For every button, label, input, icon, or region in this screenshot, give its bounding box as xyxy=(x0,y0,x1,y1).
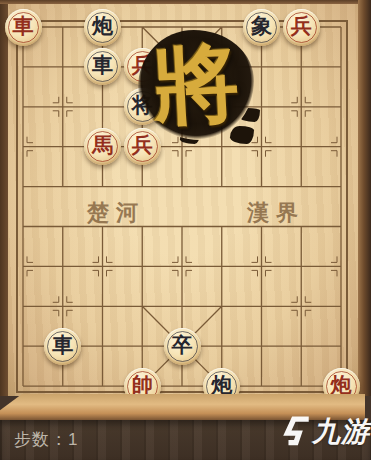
piece-glyph: 兵 xyxy=(291,16,312,37)
piece-red-chariot[interactable]: 車 xyxy=(5,9,42,46)
piece-black-elephant[interactable]: 象 xyxy=(243,9,280,46)
piece-glyph: 兵 xyxy=(132,135,153,156)
piece-black-cannon-1[interactable]: 炮 xyxy=(84,9,121,46)
ninegame-logo-icon xyxy=(282,416,312,448)
watermark: 九游 xyxy=(282,413,370,451)
piece-glyph: 炮 xyxy=(92,16,113,37)
piece-red-soldier-1[interactable]: 兵 xyxy=(283,9,320,46)
piece-glyph: 車 xyxy=(13,16,34,37)
piece-glyph: 車 xyxy=(92,55,113,76)
piece-glyph: 炮 xyxy=(331,375,352,396)
piece-black-soldier[interactable]: 卒 xyxy=(164,328,201,365)
step-counter-value: 1 xyxy=(68,430,78,449)
piece-black-chariot-1[interactable]: 車 xyxy=(84,48,121,85)
check-splash: 將 xyxy=(138,30,254,140)
piece-glyph: 象 xyxy=(251,16,272,37)
game-screen: 楚河 漢界 車炮象兵車兵将馬兵車卒帥炮炮 將 步数：1 九游 xyxy=(0,0,371,460)
step-counter-label: 步数： xyxy=(14,430,68,449)
piece-red-horse[interactable]: 馬 xyxy=(84,128,121,165)
watermark-text: 九游 xyxy=(312,413,370,451)
piece-glyph: 車 xyxy=(52,335,73,356)
piece-black-chariot-2[interactable]: 車 xyxy=(44,328,81,365)
xiangqi-board: 楚河 漢界 車炮象兵車兵将馬兵車卒帥炮炮 將 xyxy=(0,0,371,396)
piece-glyph: 帥 xyxy=(132,375,153,396)
piece-glyph: 炮 xyxy=(211,375,232,396)
piece-glyph: 馬 xyxy=(92,135,113,156)
step-counter: 步数：1 xyxy=(14,428,78,451)
piece-glyph: 卒 xyxy=(172,335,193,356)
check-glyph: 將 xyxy=(150,24,242,145)
